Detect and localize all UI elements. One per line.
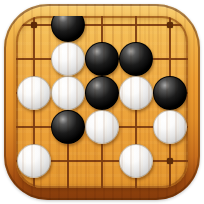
white-stone [17, 76, 51, 110]
screenshot-stage [0, 0, 204, 204]
black-stone [51, 110, 85, 144]
grid-line-horizontal [16, 24, 188, 26]
star-point [167, 158, 173, 164]
star-point [167, 22, 173, 28]
black-stone [153, 76, 187, 110]
white-stone [119, 76, 153, 110]
star-point [31, 22, 37, 28]
black-stone [85, 76, 119, 110]
go-board [16, 16, 188, 188]
white-stone [51, 76, 85, 110]
white-stone [119, 144, 153, 178]
white-stone [17, 144, 51, 178]
black-stone [119, 42, 153, 76]
go-app-icon[interactable] [4, 4, 200, 200]
black-stone [51, 16, 85, 42]
white-stone [51, 42, 85, 76]
white-stone [85, 110, 119, 144]
black-stone [85, 42, 119, 76]
white-stone [153, 110, 187, 144]
